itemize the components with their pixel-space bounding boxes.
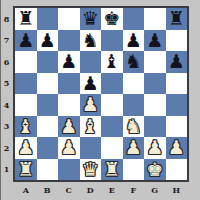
file-label-d: D [80,184,102,196]
square-f7[interactable]: ♟ [123,30,145,52]
square-h6[interactable]: ♟ [166,51,188,73]
square-b4[interactable] [37,94,59,116]
square-b3[interactable] [37,116,59,138]
square-b5[interactable] [37,73,59,95]
square-b8[interactable] [37,8,59,30]
square-a2[interactable]: ♟ [15,137,37,159]
square-b6[interactable] [37,51,59,73]
square-f3[interactable]: ♞ [123,116,145,138]
file-label-c: C [58,184,80,196]
square-d1[interactable]: ♛ [80,159,102,181]
square-e4[interactable] [101,94,123,116]
file-label-a: A [15,184,37,196]
piece-black-king: ♚ [103,9,120,28]
square-c2[interactable]: ♟ [58,137,80,159]
square-b2[interactable] [37,137,59,159]
square-e5[interactable] [101,73,123,95]
piece-black-pawn: ♟ [146,31,163,50]
file-label-b: B [37,184,59,196]
square-f1[interactable] [123,159,145,181]
square-e7[interactable] [101,30,123,52]
square-b1[interactable] [37,159,59,181]
piece-black-rook: ♜ [168,9,185,28]
piece-black-queen: ♛ [82,9,99,28]
rank-label-2: 2 [1,137,12,159]
piece-black-knight: ♞ [82,31,99,50]
square-c6[interactable]: ♟ [58,51,80,73]
square-g8[interactable] [144,8,166,30]
rank-label-8: 8 [1,8,12,30]
square-d3[interactable]: ♝ [80,116,102,138]
file-labels: ABCDEFGH [15,184,187,196]
square-c7[interactable] [58,30,80,52]
piece-white-pawn: ♟ [60,117,77,136]
square-e6[interactable]: ♝ [101,51,123,73]
rank-label-1: 1 [1,159,12,181]
piece-black-bishop: ♝ [103,52,120,71]
square-g3[interactable] [144,116,166,138]
square-e1[interactable]: ♜ [101,159,123,181]
square-h7[interactable] [166,30,188,52]
square-e3[interactable] [101,116,123,138]
rank-label-7: 7 [1,30,12,52]
square-g6[interactable] [144,51,166,73]
rank-label-5: 5 [1,73,12,95]
square-d6[interactable] [80,51,102,73]
file-label-e: E [101,184,123,196]
chess-diagram: 87654321 ♜♛♚♜♟♟♞♟♟♟♝♞♟♟♟♝♟♝♞♟♟♟♟♟♜♛♜♚ AB… [0,0,200,200]
piece-white-pawn: ♟ [17,138,34,157]
square-g2[interactable]: ♟ [144,137,166,159]
square-f5[interactable] [123,73,145,95]
piece-black-pawn: ♟ [168,52,185,71]
square-h3[interactable] [166,116,188,138]
piece-white-pawn: ♟ [60,138,77,157]
piece-white-pawn: ♟ [146,138,163,157]
piece-black-pawn: ♟ [60,52,77,71]
square-a1[interactable]: ♜ [15,159,37,181]
square-e2[interactable] [101,137,123,159]
file-label-g: G [144,184,166,196]
square-f2[interactable]: ♟ [123,137,145,159]
piece-white-bishop: ♝ [82,117,99,136]
square-f4[interactable] [123,94,145,116]
piece-black-pawn: ♟ [17,31,34,50]
square-f8[interactable] [123,8,145,30]
square-a8[interactable]: ♜ [15,8,37,30]
square-h2[interactable]: ♟ [166,137,188,159]
square-h4[interactable] [166,94,188,116]
square-c8[interactable] [58,8,80,30]
square-c3[interactable]: ♟ [58,116,80,138]
file-label-f: F [123,184,145,196]
square-g4[interactable] [144,94,166,116]
piece-white-rook: ♜ [103,160,120,179]
piece-white-pawn: ♟ [168,138,185,157]
file-label-h: H [166,184,188,196]
rank-label-6: 6 [1,51,12,73]
square-d2[interactable] [80,137,102,159]
square-c5[interactable] [58,73,80,95]
square-h8[interactable]: ♜ [166,8,188,30]
piece-black-knight: ♞ [125,52,142,71]
square-d7[interactable]: ♞ [80,30,102,52]
square-h5[interactable] [166,73,188,95]
rank-label-4: 4 [1,94,12,116]
square-a6[interactable] [15,51,37,73]
piece-black-pawn: ♟ [125,31,142,50]
square-e8[interactable]: ♚ [101,8,123,30]
square-a7[interactable]: ♟ [15,30,37,52]
square-c1[interactable] [58,159,80,181]
piece-black-pawn: ♟ [39,31,56,50]
piece-white-king: ♚ [146,160,163,179]
piece-white-bishop: ♝ [17,117,34,136]
piece-white-pawn: ♟ [82,95,99,114]
square-g5[interactable] [144,73,166,95]
rank-label-3: 3 [1,116,12,138]
square-h1[interactable] [166,159,188,181]
square-a4[interactable] [15,94,37,116]
rank-labels: 87654321 [1,8,12,180]
square-a5[interactable] [15,73,37,95]
square-g1[interactable]: ♚ [144,159,166,181]
square-g7[interactable]: ♟ [144,30,166,52]
square-c4[interactable] [58,94,80,116]
square-d5[interactable]: ♟ [80,73,102,95]
piece-white-queen: ♛ [82,160,99,179]
piece-black-rook: ♜ [17,9,34,28]
square-d4[interactable]: ♟ [80,94,102,116]
square-a3[interactable]: ♝ [15,116,37,138]
piece-black-pawn: ♟ [82,74,99,93]
square-b7[interactable]: ♟ [37,30,59,52]
piece-white-knight: ♞ [125,117,142,136]
square-f6[interactable]: ♞ [123,51,145,73]
piece-white-pawn: ♟ [125,138,142,157]
chess-board: ♜♛♚♜♟♟♞♟♟♟♝♞♟♟♟♝♟♝♞♟♟♟♟♟♜♛♜♚ [13,6,189,182]
piece-white-rook: ♜ [17,160,34,179]
square-d8[interactable]: ♛ [80,8,102,30]
